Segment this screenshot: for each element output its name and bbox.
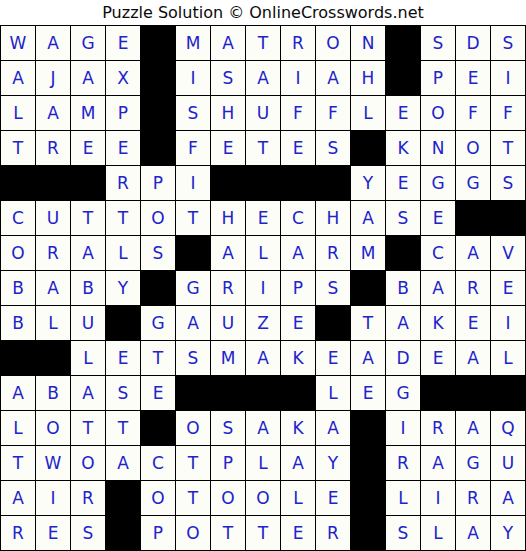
letter-cell: B [71, 271, 106, 306]
letter-cell: G [456, 446, 491, 481]
black-cell [141, 271, 176, 306]
letter-cell: E [456, 306, 491, 341]
letter-cell: H [211, 201, 246, 236]
letter-cell: S [176, 96, 211, 131]
letter-cell: A [71, 376, 106, 411]
letter-cell: L [106, 236, 141, 271]
letter-cell: J [36, 61, 71, 96]
letter-cell: B [1, 271, 36, 306]
letter-cell: E [281, 306, 316, 341]
black-cell [351, 411, 386, 446]
black-cell [141, 61, 176, 96]
letter-cell: T [351, 306, 386, 341]
letter-cell: R [421, 411, 456, 446]
letter-cell: I [491, 306, 526, 341]
letter-cell: R [456, 481, 491, 516]
letter-cell: A [351, 341, 386, 376]
letter-cell: L [351, 96, 386, 131]
letter-cell: L [246, 236, 281, 271]
letter-cell: A [456, 411, 491, 446]
black-cell [246, 376, 281, 411]
letter-cell: O [176, 411, 211, 446]
letter-cell: E [141, 376, 176, 411]
letter-cell: A [71, 61, 106, 96]
letter-cell: T [71, 201, 106, 236]
letter-cell: E [106, 131, 141, 166]
letter-cell: D [456, 26, 491, 61]
letter-cell: E [281, 516, 316, 551]
letter-cell: A [211, 26, 246, 61]
letter-cell: K [421, 306, 456, 341]
letter-cell: L [316, 376, 351, 411]
letter-cell: A [246, 411, 281, 446]
letter-cell: A [1, 61, 36, 96]
letter-cell: Y [316, 446, 351, 481]
letter-cell: O [176, 516, 211, 551]
letter-cell: R [36, 131, 71, 166]
letter-cell: C [1, 201, 36, 236]
letter-cell: A [211, 236, 246, 271]
letter-cell: U [36, 201, 71, 236]
black-cell [176, 376, 211, 411]
letter-cell: S [491, 26, 526, 61]
letter-cell: F [176, 131, 211, 166]
letter-cell: E [71, 131, 106, 166]
letter-cell: B [386, 271, 421, 306]
letter-cell: A [176, 306, 211, 341]
black-cell [141, 131, 176, 166]
letter-cell: L [281, 481, 316, 516]
letter-cell: E [106, 26, 141, 61]
black-cell [351, 271, 386, 306]
letter-cell: R [71, 481, 106, 516]
letter-cell: P [281, 271, 316, 306]
letter-cell: A [316, 61, 351, 96]
letter-cell: R [281, 26, 316, 61]
letter-cell: F [491, 96, 526, 131]
letter-cell: A [421, 446, 456, 481]
letter-cell: O [246, 481, 281, 516]
letter-cell: O [316, 26, 351, 61]
letter-cell: E [421, 201, 456, 236]
letter-cell: A [316, 411, 351, 446]
letter-cell: A [71, 236, 106, 271]
letter-cell: Z [246, 306, 281, 341]
letter-cell: M [351, 236, 386, 271]
letter-cell: M [211, 341, 246, 376]
letter-cell: T [176, 446, 211, 481]
letter-cell: G [456, 166, 491, 201]
letter-cell: L [36, 306, 71, 341]
letter-cell: S [316, 271, 351, 306]
black-cell [491, 201, 526, 236]
letter-cell: G [421, 166, 456, 201]
letter-cell: W [36, 446, 71, 481]
letter-cell: E [386, 166, 421, 201]
letter-cell: S [421, 26, 456, 61]
black-cell [316, 166, 351, 201]
letter-cell: O [1, 236, 36, 271]
letter-cell: I [386, 411, 421, 446]
letter-cell: O [36, 411, 71, 446]
letter-cell: H [316, 201, 351, 236]
letter-cell: E [211, 131, 246, 166]
letter-cell: A [421, 271, 456, 306]
letter-cell: O [141, 481, 176, 516]
letter-cell: G [176, 271, 211, 306]
letter-cell: B [1, 306, 36, 341]
letter-cell: T [106, 201, 141, 236]
letter-cell: L [386, 481, 421, 516]
black-cell [246, 166, 281, 201]
black-cell [351, 131, 386, 166]
black-cell [211, 376, 246, 411]
letter-cell: N [351, 26, 386, 61]
letter-cell: O [421, 96, 456, 131]
letter-cell: L [1, 411, 36, 446]
letter-cell: E [456, 61, 491, 96]
letter-cell: E [316, 341, 351, 376]
letter-cell: K [281, 411, 316, 446]
letter-cell: Q [491, 411, 526, 446]
letter-cell: A [246, 341, 281, 376]
crossword-grid: WAGEMATRONSDSAJAXISAIAHPEILAMPSHUFFLEOFF… [0, 25, 526, 551]
letter-cell: A [386, 306, 421, 341]
letter-cell: O [456, 131, 491, 166]
letter-cell: L [71, 341, 106, 376]
letter-cell: R [316, 516, 351, 551]
black-cell [141, 26, 176, 61]
letter-cell: R [36, 236, 71, 271]
letter-cell: A [36, 26, 71, 61]
letter-cell: E [106, 341, 141, 376]
letter-cell: F [316, 96, 351, 131]
letter-cell: T [246, 131, 281, 166]
letter-cell: A [281, 236, 316, 271]
black-cell [386, 61, 421, 96]
letter-cell: A [351, 201, 386, 236]
letter-cell: R [1, 516, 36, 551]
letter-cell: A [491, 481, 526, 516]
letter-cell: C [421, 236, 456, 271]
black-cell [71, 166, 106, 201]
letter-cell: S [141, 236, 176, 271]
letter-cell: I [421, 481, 456, 516]
letter-cell: I [281, 61, 316, 96]
black-cell [456, 376, 491, 411]
letter-cell: R [106, 166, 141, 201]
black-cell [491, 376, 526, 411]
letter-cell: A [1, 481, 36, 516]
letter-cell: D [386, 341, 421, 376]
letter-cell: L [421, 516, 456, 551]
black-cell [316, 306, 351, 341]
letter-cell: G [141, 306, 176, 341]
black-cell [141, 96, 176, 131]
letter-cell: E [491, 271, 526, 306]
letter-cell: H [351, 61, 386, 96]
letter-cell: E [246, 201, 281, 236]
letter-cell: U [246, 96, 281, 131]
letter-cell: S [386, 201, 421, 236]
letter-cell: T [491, 131, 526, 166]
letter-cell: I [176, 166, 211, 201]
letter-cell: A [456, 236, 491, 271]
letter-cell: O [71, 446, 106, 481]
letter-cell: I [176, 61, 211, 96]
letter-cell: E [36, 516, 71, 551]
letter-cell: B [36, 376, 71, 411]
letter-cell: T [1, 131, 36, 166]
letter-cell: O [211, 481, 246, 516]
letter-cell: G [386, 376, 421, 411]
letter-cell: A [36, 96, 71, 131]
letter-cell: T [176, 201, 211, 236]
letter-cell: G [71, 26, 106, 61]
letter-cell: T [141, 341, 176, 376]
letter-cell: T [246, 516, 281, 551]
letter-cell: A [106, 446, 141, 481]
letter-cell: P [106, 96, 141, 131]
black-cell [351, 446, 386, 481]
letter-cell: E [281, 131, 316, 166]
letter-cell: U [211, 306, 246, 341]
black-cell [386, 236, 421, 271]
letter-cell: L [246, 446, 281, 481]
letter-cell: W [1, 26, 36, 61]
letter-cell: P [211, 446, 246, 481]
puzzle-solution-page: Puzzle Solution © OnlineCrosswords.net W… [0, 0, 526, 551]
letter-cell: A [456, 341, 491, 376]
letter-cell: T [211, 516, 246, 551]
letter-cell: S [71, 516, 106, 551]
black-cell [281, 166, 316, 201]
letter-cell: E [421, 341, 456, 376]
letter-cell: T [1, 446, 36, 481]
black-cell [106, 516, 141, 551]
letter-cell: X [106, 61, 141, 96]
letter-cell: P [141, 166, 176, 201]
letter-cell: V [491, 236, 526, 271]
black-cell [141, 411, 176, 446]
black-cell [211, 166, 246, 201]
black-cell [421, 376, 456, 411]
letter-cell: A [246, 61, 281, 96]
letter-cell: F [456, 96, 491, 131]
letter-cell: E [386, 96, 421, 131]
letter-cell: E [316, 481, 351, 516]
letter-cell: R [386, 446, 421, 481]
black-cell [36, 341, 71, 376]
letter-cell: S [211, 61, 246, 96]
letter-cell: A [281, 446, 316, 481]
letter-cell: Y [351, 166, 386, 201]
letter-cell: I [36, 481, 71, 516]
letter-cell: S [106, 376, 141, 411]
letter-cell: P [141, 516, 176, 551]
black-cell [106, 481, 141, 516]
black-cell [351, 516, 386, 551]
letter-cell: L [491, 341, 526, 376]
letter-cell: A [1, 376, 36, 411]
letter-cell: A [456, 516, 491, 551]
black-cell [36, 166, 71, 201]
letter-cell: M [176, 26, 211, 61]
letter-cell: A [36, 271, 71, 306]
letter-cell: I [246, 271, 281, 306]
letter-cell: C [141, 446, 176, 481]
letter-cell: T [106, 411, 141, 446]
letter-cell: M [71, 96, 106, 131]
letter-cell: C [281, 201, 316, 236]
letter-cell: S [491, 166, 526, 201]
letter-cell: I [491, 61, 526, 96]
letter-cell: N [421, 131, 456, 166]
letter-cell: H [211, 96, 246, 131]
letter-cell: K [386, 131, 421, 166]
letter-cell: U [491, 446, 526, 481]
black-cell [1, 341, 36, 376]
letter-cell: K [281, 341, 316, 376]
letter-cell: S [386, 516, 421, 551]
letter-cell: R [456, 271, 491, 306]
letter-cell: S [211, 411, 246, 446]
black-cell [106, 306, 141, 341]
letter-cell: Y [106, 271, 141, 306]
letter-cell: R [211, 271, 246, 306]
black-cell [281, 376, 316, 411]
letter-cell: R [316, 236, 351, 271]
black-cell [1, 166, 36, 201]
letter-cell: O [141, 201, 176, 236]
letter-cell: F [281, 96, 316, 131]
black-cell [386, 26, 421, 61]
letter-cell: S [176, 341, 211, 376]
letter-cell: T [71, 411, 106, 446]
letter-cell: E [351, 376, 386, 411]
letter-cell: T [246, 26, 281, 61]
letter-cell: P [421, 61, 456, 96]
black-cell [176, 236, 211, 271]
black-cell [351, 481, 386, 516]
page-title: Puzzle Solution © OnlineCrosswords.net [0, 0, 526, 25]
letter-cell: T [176, 481, 211, 516]
black-cell [456, 201, 491, 236]
letter-cell: U [71, 306, 106, 341]
letter-cell: L [1, 96, 36, 131]
letter-cell: S [316, 131, 351, 166]
letter-cell: Y [491, 516, 526, 551]
